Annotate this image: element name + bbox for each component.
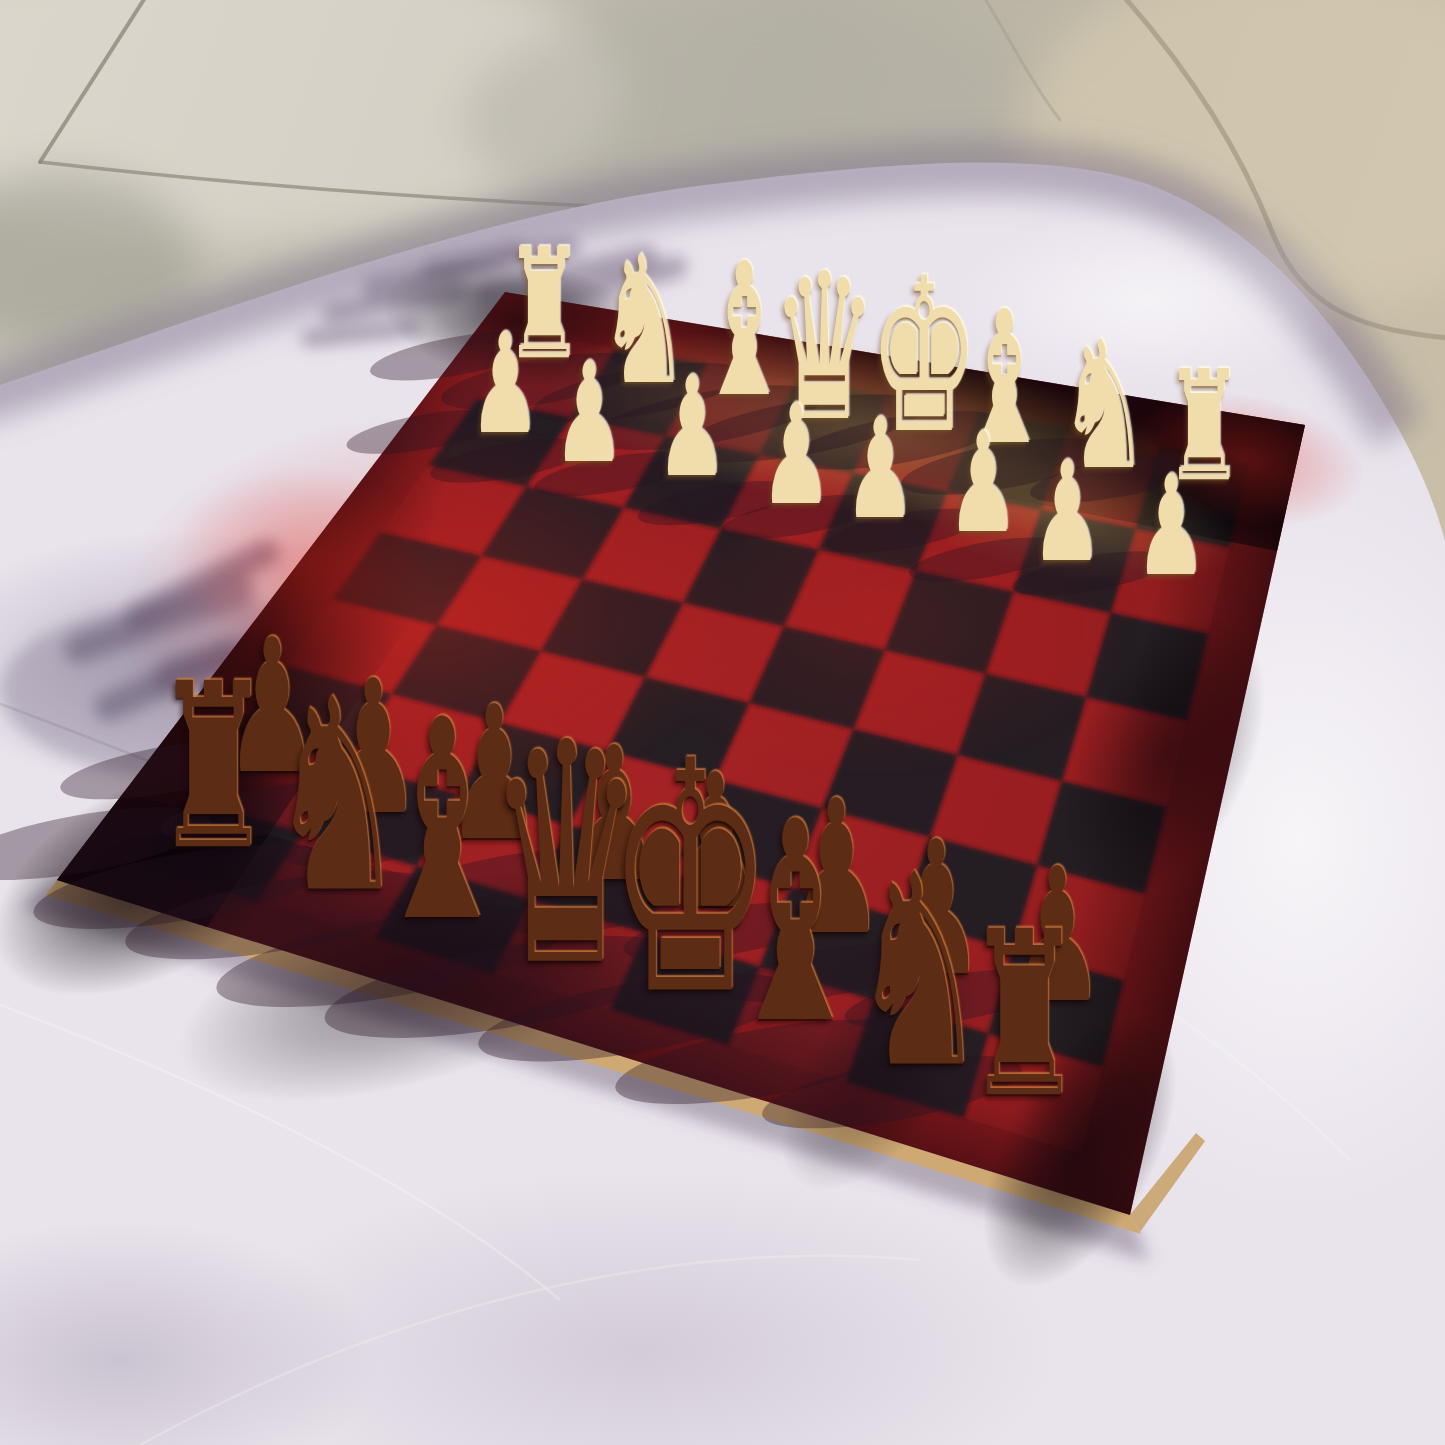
piece-white-pawn-e2[interactable]: ♟ (760, 387, 832, 525)
piece-white-pawn-c2[interactable]: ♟ (948, 415, 1020, 553)
piece-white-pawn-a2[interactable]: ♟ (1135, 458, 1207, 596)
piece-white-pawn-f2[interactable]: ♟ (656, 359, 728, 497)
piece-white-pawn-d2[interactable]: ♟ (844, 401, 916, 539)
piece-white-pawn-b2[interactable]: ♟ (1031, 444, 1103, 582)
piece-black-rook-h8[interactable]: ♜ (154, 652, 273, 880)
piece-white-pawn-h2[interactable]: ♟ (469, 316, 541, 454)
piece-black-rook-a8[interactable]: ♜ (964, 901, 1083, 1129)
pieces-layer: ♜♞♝♛♚♝♞♜♟♟♟♟♟♟♟♟♟♟♟♟♟♟♟♟♜♞♝♛♚♝♞♜ (0, 0, 1445, 1445)
piece-black-bishop-c8[interactable]: ♝ (723, 786, 867, 1062)
piece-white-pawn-g2[interactable]: ♟ (553, 345, 625, 483)
photo-scene: ♜♞♝♛♚♝♞♜♟♟♟♟♟♟♟♟♟♟♟♟♟♟♟♟♜♞♝♛♚♝♞♜ (0, 0, 1445, 1445)
